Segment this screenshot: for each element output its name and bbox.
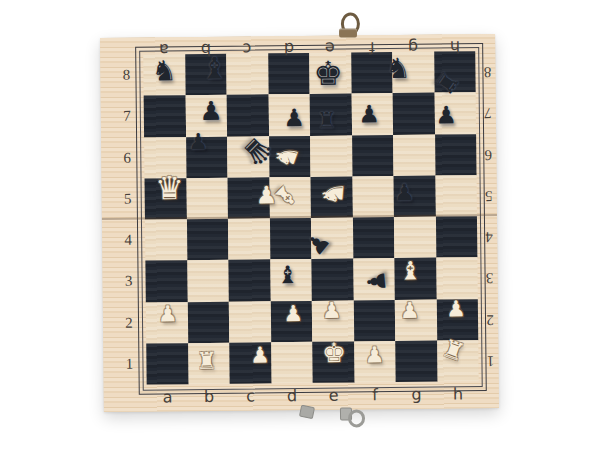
square-g6[interactable]: [393, 134, 435, 176]
square-e6[interactable]: [310, 135, 352, 177]
rank-label-left-2: 2: [118, 302, 140, 343]
piece-black-rook-e7[interactable]: ♜: [317, 110, 337, 132]
square-a3[interactable]: [145, 260, 187, 302]
square-f6[interactable]: [352, 135, 394, 177]
square-h6[interactable]: [435, 134, 477, 176]
rank-label-right-6: 6: [477, 133, 499, 174]
piece-black-king-e8[interactable]: ♚: [313, 56, 343, 89]
rank-label-left-7: 7: [116, 96, 138, 137]
file-label-bottom-d: d: [271, 386, 313, 406]
square-b2[interactable]: [187, 301, 229, 343]
rank-label-right-8: 8: [476, 51, 498, 92]
bottom-clasp: [300, 405, 360, 426]
rank-label-left-6: 6: [116, 137, 138, 178]
rank-label-left-8: 8: [115, 55, 137, 96]
square-a7[interactable]: [144, 95, 186, 137]
piece-black-bishop-b8[interactable]: ♝: [201, 53, 228, 83]
file-label-bottom-b: b: [188, 387, 230, 407]
square-f2[interactable]: [353, 300, 395, 342]
rank-label-right-3: 3: [478, 257, 500, 298]
photo-scene: ♞♝♚♞♜♟♟♜♟♟♟♛♞♛♟♝♞♟♟♝♟♝♟♟♟♟♟♜♟♚♟♜ aabbccd…: [0, 0, 600, 451]
file-label-top-d: d: [268, 39, 310, 57]
rank-label-left-4: 4: [117, 220, 139, 261]
piece-black-pawn-h7[interactable]: ♟: [435, 103, 457, 127]
square-b3[interactable]: [187, 260, 229, 302]
square-b5[interactable]: [186, 178, 228, 220]
square-h3[interactable]: [436, 257, 478, 299]
piece-white-king-e1[interactable]: ♚: [322, 339, 347, 366]
piece-black-bishop-d3[interactable]: ♝: [277, 263, 299, 287]
piece-black-pawn-d7[interactable]: ♟: [283, 106, 305, 130]
square-g1[interactable]: [395, 340, 437, 382]
file-label-bottom-e: e: [313, 385, 355, 405]
square-c3[interactable]: [228, 260, 270, 302]
piece-white-pawn-d2[interactable]: ♟: [283, 303, 303, 325]
file-label-bottom-f: f: [354, 385, 396, 405]
square-a4[interactable]: [145, 219, 187, 261]
piece-white-pawn-c1[interactable]: ♟: [250, 345, 270, 367]
bottom-clasp-ring: [348, 409, 365, 427]
piece-black-pawn-b7[interactable]: ♟: [199, 98, 223, 124]
rank-label-left-3: 3: [117, 261, 139, 302]
hinge-mount: [339, 28, 357, 37]
file-label-bottom-g: g: [396, 385, 438, 405]
file-label-top-c: c: [226, 39, 268, 57]
rank-label-right-1: 1: [479, 340, 501, 381]
square-g4[interactable]: [394, 217, 436, 259]
piece-white-knight-e5-fallen[interactable]: ♞: [319, 180, 349, 207]
piece-black-pawn-b6[interactable]: ♟: [188, 131, 208, 153]
square-c2[interactable]: [229, 301, 271, 343]
chess-board: ♞♝♚♞♜♟♟♜♟♟♟♛♞♛♟♝♞♟♟♝♟♝♟♟♟♟♟♜♟♚♟♜ aabbccd…: [100, 34, 499, 412]
piece-black-knight-a8[interactable]: ♞: [151, 57, 176, 85]
file-label-top-h: h: [434, 37, 476, 55]
file-label-bottom-a: a: [147, 387, 189, 407]
rank-label-right-7: 7: [477, 92, 499, 133]
file-label-bottom-c: c: [230, 386, 272, 406]
square-c8[interactable]: [226, 53, 268, 95]
piece-white-rook-b1[interactable]: ♜: [196, 350, 217, 373]
square-e3[interactable]: [311, 259, 353, 301]
square-h4[interactable]: [435, 216, 477, 258]
piece-white-queen-a5[interactable]: ♛: [155, 172, 184, 204]
piece-black-pawn-g5[interactable]: ♟: [394, 182, 415, 205]
square-h5[interactable]: [435, 175, 477, 217]
square-d8[interactable]: [268, 53, 310, 95]
rank-label-left-1: 1: [118, 343, 140, 384]
piece-white-pawn-g2[interactable]: ♟: [400, 300, 420, 322]
piece-white-pawn-f1[interactable]: ♟: [365, 345, 385, 367]
file-label-bottom-h: h: [437, 384, 479, 404]
rank-label-right-4: 4: [478, 216, 500, 257]
square-g7[interactable]: [393, 93, 435, 135]
square-c7[interactable]: [227, 95, 269, 137]
rank-label-left-5: 5: [117, 178, 139, 219]
square-f4[interactable]: [352, 217, 394, 259]
coordinate-labels: aabbccddeeffgghh8877665544332211: [100, 34, 495, 38]
piece-black-pawn-f3-fallen[interactable]: ♟: [364, 269, 390, 293]
piece-white-pawn-h2[interactable]: ♟: [446, 299, 466, 321]
square-f5[interactable]: [352, 176, 394, 218]
square-a1[interactable]: [146, 343, 188, 385]
bottom-clasp-plate: [299, 405, 315, 420]
piece-black-knight-g8[interactable]: ♞: [385, 54, 410, 82]
piece-black-pawn-f7[interactable]: ♟: [358, 102, 380, 126]
square-b4[interactable]: [186, 219, 228, 261]
piece-white-bishop-g3[interactable]: ♝: [399, 258, 422, 283]
rank-label-right-2: 2: [479, 298, 501, 339]
rank-label-right-5: 5: [478, 175, 500, 216]
piece-white-pawn-e2[interactable]: ♟: [322, 300, 342, 322]
top-hinge-clasp: [337, 12, 361, 46]
square-d1[interactable]: [271, 342, 313, 384]
square-c4[interactable]: [228, 218, 270, 260]
piece-white-pawn-a2[interactable]: ♟: [158, 304, 178, 326]
